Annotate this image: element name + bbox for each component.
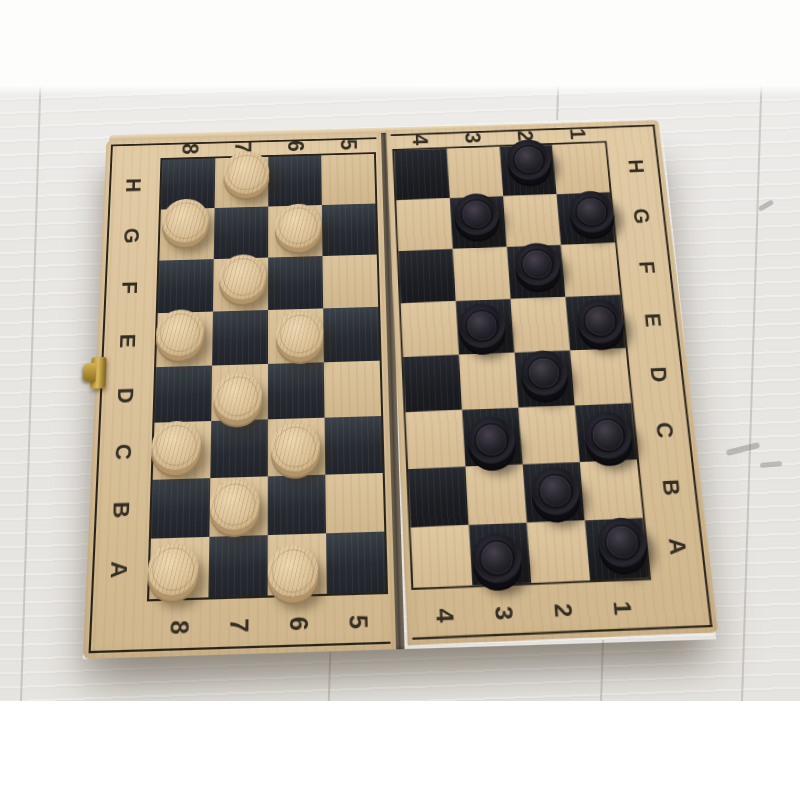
file-label-G-right: G: [628, 208, 655, 224]
light-checker-e8[interactable]: [155, 309, 204, 356]
square-b8[interactable]: [151, 478, 210, 539]
board-grid-left: [149, 154, 386, 599]
file-label-D-right: D: [644, 366, 672, 383]
square-g2[interactable]: [503, 194, 561, 247]
square-g6[interactable]: [268, 205, 322, 258]
rank-label-7-bottom: 7: [223, 618, 252, 632]
file-label-B-left: B: [107, 501, 135, 519]
square-f2[interactable]: [507, 245, 566, 299]
square-h2[interactable]: [500, 145, 557, 196]
square-d8[interactable]: [154, 366, 212, 423]
square-g5[interactable]: [322, 204, 377, 256]
square-h4[interactable]: [394, 149, 450, 200]
square-d2[interactable]: [515, 350, 575, 407]
floor-scuff-mark: [726, 442, 760, 456]
square-e6[interactable]: [268, 308, 324, 363]
dark-checker-e3[interactable]: [458, 303, 506, 349]
square-b2[interactable]: [523, 462, 585, 523]
square-g1[interactable]: [557, 192, 615, 245]
square-c7[interactable]: [210, 419, 268, 478]
square-a4[interactable]: [411, 525, 473, 588]
white-letterbox-bottom: [0, 701, 800, 800]
square-a1[interactable]: [585, 518, 649, 580]
dark-checker-d2[interactable]: [519, 350, 568, 397]
square-b1[interactable]: [580, 460, 643, 521]
square-f6[interactable]: [268, 256, 323, 310]
floor-plank-seam: [741, 0, 765, 702]
rank-label-5-bottom: 5: [342, 614, 371, 628]
square-f7[interactable]: [213, 258, 268, 312]
file-label-F-right: F: [633, 261, 660, 274]
square-b4[interactable]: [408, 467, 469, 528]
square-h5[interactable]: [321, 154, 375, 205]
square-e4[interactable]: [401, 301, 459, 357]
rank-label-3-bottom: 3: [489, 605, 518, 619]
file-label-E-right: E: [639, 313, 666, 328]
rank-label-8-bottom: 8: [164, 620, 193, 634]
square-f3[interactable]: [453, 247, 511, 301]
square-e3[interactable]: [456, 299, 515, 355]
square-e5[interactable]: [323, 307, 380, 362]
dark-checker-a3[interactable]: [472, 533, 523, 584]
file-label-H-right: H: [623, 159, 649, 174]
rank-label-2-bottom: 2: [548, 603, 578, 617]
rank-label-4-top: 4: [407, 134, 433, 145]
square-f5[interactable]: [322, 254, 378, 308]
square-a6[interactable]: [268, 533, 327, 595]
board-grid-right: [394, 143, 649, 588]
checkers-board: 88776655HGFEDCBA 44332211HGFEDCBA: [83, 125, 716, 659]
square-a8[interactable]: [149, 537, 209, 599]
square-g4[interactable]: [396, 198, 452, 251]
dark-checker-g3[interactable]: [453, 193, 500, 236]
square-c6[interactable]: [268, 418, 325, 477]
square-d7[interactable]: [211, 364, 268, 421]
light-checker-g8[interactable]: [162, 198, 209, 243]
light-checker-d7[interactable]: [213, 372, 262, 421]
file-label-B-right: B: [656, 479, 684, 497]
rank-label-6-top: 6: [282, 140, 307, 151]
dark-checker-c3[interactable]: [467, 416, 517, 465]
square-a2[interactable]: [527, 520, 590, 582]
light-checker-c8[interactable]: [151, 420, 201, 470]
square-h6[interactable]: [268, 155, 322, 206]
rank-label-6-bottom: 6: [283, 616, 312, 630]
rank-label-4-bottom: 4: [430, 608, 459, 622]
floor-scuff-mark: [760, 461, 782, 468]
file-label-A-left: A: [104, 561, 132, 579]
rank-label-1-bottom: 1: [607, 600, 637, 614]
rank-label-8-top: 8: [176, 143, 202, 154]
square-h3[interactable]: [447, 147, 503, 198]
square-e2[interactable]: [511, 297, 570, 353]
dark-checker-b2[interactable]: [530, 466, 581, 516]
square-h1[interactable]: [552, 143, 610, 194]
white-letterbox-top: [0, 0, 800, 97]
light-checker-f7[interactable]: [219, 254, 266, 300]
file-label-A-right: A: [663, 537, 692, 555]
file-label-D-left: D: [112, 387, 139, 404]
board-right-half: 44332211HGFEDCBA: [386, 120, 719, 645]
file-label-H-left: H: [120, 178, 145, 193]
light-checker-h7[interactable]: [223, 151, 269, 195]
square-g7[interactable]: [214, 207, 268, 260]
file-label-E-left: E: [114, 333, 140, 348]
dark-checker-f2[interactable]: [513, 242, 561, 286]
square-b3[interactable]: [465, 464, 526, 525]
square-e1[interactable]: [565, 295, 625, 351]
file-label-G-left: G: [118, 228, 144, 244]
square-d5[interactable]: [324, 361, 381, 418]
file-label-F-left: F: [116, 281, 142, 294]
square-d4[interactable]: [403, 355, 462, 412]
dark-checker-e1[interactable]: [576, 299, 625, 345]
floor-plank-seam: [600, 640, 604, 702]
square-d3[interactable]: [459, 353, 519, 410]
square-b5[interactable]: [325, 473, 384, 533]
square-d6[interactable]: [268, 362, 325, 419]
square-a5[interactable]: [326, 532, 386, 594]
square-h7[interactable]: [215, 157, 269, 208]
square-f8[interactable]: [158, 259, 214, 313]
square-a3[interactable]: [469, 523, 531, 586]
file-label-C-right: C: [650, 422, 678, 439]
square-e7[interactable]: [212, 310, 268, 366]
square-a7[interactable]: [208, 535, 267, 597]
square-c2[interactable]: [519, 405, 580, 464]
dark-checker-g1[interactable]: [568, 190, 616, 233]
square-c4[interactable]: [406, 410, 466, 469]
floor-scuff-mark: [758, 199, 774, 211]
dark-checker-a1[interactable]: [596, 517, 649, 568]
product-photo: 88776655HGFEDCBA 44332211HGFEDCBA: [0, 0, 800, 800]
light-checker-g6[interactable]: [275, 203, 321, 248]
light-checker-b7[interactable]: [209, 479, 259, 531]
square-d1[interactable]: [570, 348, 631, 405]
file-label-C-left: C: [109, 443, 136, 460]
rank-label-5-top: 5: [335, 139, 361, 150]
floor-plank-seam: [20, 0, 44, 702]
square-c1[interactable]: [575, 403, 637, 462]
dark-checker-c1[interactable]: [583, 411, 634, 459]
square-c5[interactable]: [325, 416, 383, 475]
square-f4[interactable]: [399, 249, 456, 303]
light-checker-e6[interactable]: [276, 310, 324, 358]
square-c8[interactable]: [153, 421, 211, 480]
square-f1[interactable]: [561, 243, 620, 297]
clasp-hook: [82, 363, 96, 382]
square-b7[interactable]: [209, 476, 267, 536]
square-c3[interactable]: [462, 408, 523, 467]
dark-checker-h2[interactable]: [506, 139, 553, 181]
rank-label-1-top: 1: [564, 128, 590, 139]
rank-label-3-top: 3: [460, 132, 486, 143]
square-b6[interactable]: [268, 475, 326, 535]
square-g8[interactable]: [159, 208, 214, 261]
square-g3[interactable]: [450, 196, 507, 249]
board-left-half: 88776655HGFEDCBA: [83, 133, 396, 659]
brass-clasp-icon: [82, 357, 109, 389]
light-checker-c6[interactable]: [271, 422, 320, 472]
square-e8[interactable]: [156, 312, 213, 368]
light-checker-a8[interactable]: [147, 543, 199, 596]
light-checker-a6[interactable]: [268, 544, 319, 598]
